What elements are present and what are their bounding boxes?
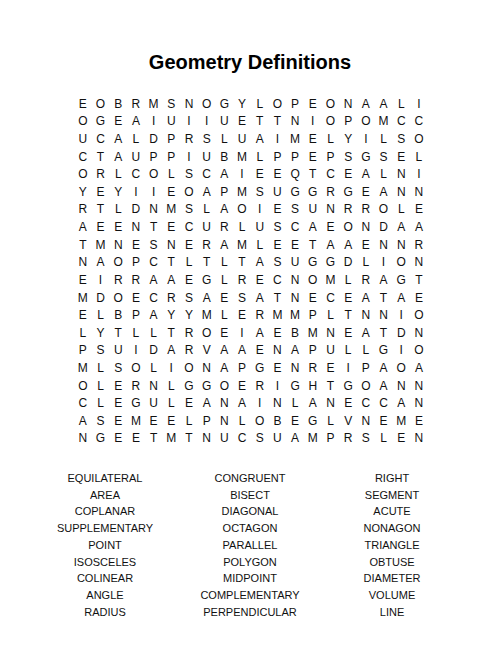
- grid-cell-r6-c2[interactable]: E: [92, 183, 110, 201]
- grid-cell-r5-c13[interactable]: Q: [286, 165, 304, 183]
- grid-cell-r7-c17[interactable]: R: [357, 201, 375, 219]
- grid-cell-r16-c6[interactable]: I: [162, 359, 180, 377]
- grid-cell-r13-c12[interactable]: M: [269, 306, 287, 324]
- grid-cell-r14-c14[interactable]: M: [304, 324, 322, 342]
- grid-cell-r15-c10[interactable]: A: [233, 342, 251, 360]
- grid-cell-r1-c15[interactable]: O: [322, 95, 340, 113]
- grid-cell-r10-c4[interactable]: P: [127, 253, 145, 271]
- grid-cell-r13-c4[interactable]: P: [127, 306, 145, 324]
- grid-cell-r12-c3[interactable]: O: [109, 289, 127, 307]
- grid-cell-r19-c17[interactable]: N: [357, 412, 375, 430]
- grid-cell-r4-c11[interactable]: L: [251, 148, 269, 166]
- grid-cell-r18-c14[interactable]: A: [304, 394, 322, 412]
- grid-cell-r20-c2[interactable]: G: [92, 430, 110, 448]
- grid-cell-r2-c7[interactable]: I: [180, 113, 198, 131]
- grid-cell-r5-c9[interactable]: A: [216, 165, 234, 183]
- grid-cell-r15-c18[interactable]: G: [375, 342, 393, 360]
- grid-cell-r13-c16[interactable]: T: [339, 306, 357, 324]
- grid-cell-r10-c3[interactable]: O: [109, 253, 127, 271]
- grid-cell-r10-c18[interactable]: I: [375, 253, 393, 271]
- grid-cell-r1-c2[interactable]: O: [92, 95, 110, 113]
- grid-cell-r18-c8[interactable]: A: [198, 394, 216, 412]
- grid-cell-r3-c19[interactable]: S: [392, 130, 410, 148]
- grid-cell-r16-c5[interactable]: L: [145, 359, 163, 377]
- grid-cell-r12-c1[interactable]: M: [74, 289, 92, 307]
- grid-cell-r17-c8[interactable]: G: [198, 377, 216, 395]
- grid-cell-r17-c3[interactable]: E: [109, 377, 127, 395]
- grid-cell-r7-c16[interactable]: R: [339, 201, 357, 219]
- grid-cell-r2-c20[interactable]: C: [410, 113, 428, 131]
- grid-cell-r15-c19[interactable]: I: [392, 342, 410, 360]
- grid-cell-r13-c8[interactable]: M: [198, 306, 216, 324]
- grid-cell-r8-c18[interactable]: D: [375, 218, 393, 236]
- grid-cell-r16-c17[interactable]: P: [357, 359, 375, 377]
- grid-cell-r2-c14[interactable]: I: [304, 113, 322, 131]
- grid-cell-r20-c13[interactable]: A: [286, 430, 304, 448]
- grid-cell-r8-c9[interactable]: R: [216, 218, 234, 236]
- grid-cell-r13-c10[interactable]: E: [233, 306, 251, 324]
- grid-cell-r9-c3[interactable]: N: [109, 236, 127, 254]
- grid-cell-r18-c19[interactable]: A: [392, 394, 410, 412]
- grid-cell-r20-c17[interactable]: S: [357, 430, 375, 448]
- grid-cell-r6-c15[interactable]: R: [322, 183, 340, 201]
- grid-cell-r20-c4[interactable]: E: [127, 430, 145, 448]
- grid-cell-r19-c18[interactable]: E: [375, 412, 393, 430]
- grid-cell-r9-c12[interactable]: E: [269, 236, 287, 254]
- grid-cell-r13-c13[interactable]: M: [286, 306, 304, 324]
- grid-cell-r9-c6[interactable]: N: [162, 236, 180, 254]
- grid-cell-r15-c14[interactable]: P: [304, 342, 322, 360]
- grid-cell-r8-c2[interactable]: E: [92, 218, 110, 236]
- grid-cell-r18-c18[interactable]: C: [375, 394, 393, 412]
- grid-cell-r16-c11[interactable]: G: [251, 359, 269, 377]
- grid-cell-r19-c3[interactable]: E: [109, 412, 127, 430]
- grid-cell-r11-c10[interactable]: R: [233, 271, 251, 289]
- grid-cell-r3-c5[interactable]: D: [145, 130, 163, 148]
- grid-cell-r4-c17[interactable]: G: [357, 148, 375, 166]
- grid-cell-r14-c1[interactable]: L: [74, 324, 92, 342]
- grid-cell-r6-c3[interactable]: Y: [109, 183, 127, 201]
- grid-cell-r2-c15[interactable]: O: [322, 113, 340, 131]
- grid-cell-r4-c20[interactable]: L: [410, 148, 428, 166]
- grid-cell-r2-c2[interactable]: G: [92, 113, 110, 131]
- grid-cell-r1-c17[interactable]: A: [357, 95, 375, 113]
- grid-cell-r12-c18[interactable]: T: [375, 289, 393, 307]
- grid-cell-r14-c4[interactable]: L: [127, 324, 145, 342]
- grid-cell-r16-c18[interactable]: A: [375, 359, 393, 377]
- grid-cell-r2-c6[interactable]: U: [162, 113, 180, 131]
- grid-cell-r19-c9[interactable]: N: [216, 412, 234, 430]
- grid-cell-r3-c18[interactable]: L: [375, 130, 393, 148]
- grid-cell-r12-c15[interactable]: C: [322, 289, 340, 307]
- grid-cell-r14-c16[interactable]: E: [339, 324, 357, 342]
- grid-cell-r3-c1[interactable]: U: [74, 130, 92, 148]
- grid-cell-r12-c19[interactable]: A: [392, 289, 410, 307]
- grid-cell-r5-c15[interactable]: C: [322, 165, 340, 183]
- grid-cell-r19-c1[interactable]: A: [74, 412, 92, 430]
- grid-cell-r10-c10[interactable]: T: [233, 253, 251, 271]
- grid-cell-r11-c4[interactable]: R: [127, 271, 145, 289]
- grid-cell-r8-c1[interactable]: A: [74, 218, 92, 236]
- grid-cell-r5-c12[interactable]: E: [269, 165, 287, 183]
- grid-cell-r2-c13[interactable]: N: [286, 113, 304, 131]
- grid-cell-r3-c2[interactable]: C: [92, 130, 110, 148]
- grid-cell-r16-c16[interactable]: I: [339, 359, 357, 377]
- grid-cell-r11-c18[interactable]: A: [375, 271, 393, 289]
- grid-cell-r5-c5[interactable]: O: [145, 165, 163, 183]
- grid-cell-r15-c3[interactable]: U: [109, 342, 127, 360]
- grid-cell-r4-c3[interactable]: A: [109, 148, 127, 166]
- grid-cell-r18-c15[interactable]: N: [322, 394, 340, 412]
- grid-cell-r20-c7[interactable]: T: [180, 430, 198, 448]
- grid-cell-r6-c10[interactable]: M: [233, 183, 251, 201]
- grid-cell-r11-c12[interactable]: C: [269, 271, 287, 289]
- grid-cell-r13-c9[interactable]: L: [216, 306, 234, 324]
- grid-cell-r19-c15[interactable]: L: [322, 412, 340, 430]
- grid-cell-r2-c11[interactable]: T: [251, 113, 269, 131]
- grid-cell-r4-c16[interactable]: S: [339, 148, 357, 166]
- grid-cell-r15-c13[interactable]: A: [286, 342, 304, 360]
- grid-cell-r11-c1[interactable]: E: [74, 271, 92, 289]
- grid-cell-r10-c9[interactable]: L: [216, 253, 234, 271]
- grid-cell-r16-c10[interactable]: P: [233, 359, 251, 377]
- grid-cell-r17-c4[interactable]: R: [127, 377, 145, 395]
- grid-cell-r1-c6[interactable]: S: [162, 95, 180, 113]
- grid-cell-r10-c16[interactable]: D: [339, 253, 357, 271]
- grid-cell-r1-c7[interactable]: N: [180, 95, 198, 113]
- grid-cell-r17-c12[interactable]: I: [269, 377, 287, 395]
- grid-cell-r20-c14[interactable]: M: [304, 430, 322, 448]
- grid-cell-r10-c8[interactable]: T: [198, 253, 216, 271]
- grid-cell-r15-c20[interactable]: O: [410, 342, 428, 360]
- grid-cell-r16-c7[interactable]: O: [180, 359, 198, 377]
- grid-cell-r3-c16[interactable]: Y: [339, 130, 357, 148]
- grid-cell-r9-c18[interactable]: N: [375, 236, 393, 254]
- grid-cell-r8-c6[interactable]: E: [162, 218, 180, 236]
- grid-cell-r9-c13[interactable]: E: [286, 236, 304, 254]
- grid-cell-r12-c6[interactable]: R: [162, 289, 180, 307]
- grid-cell-r19-c19[interactable]: M: [392, 412, 410, 430]
- grid-cell-r18-c3[interactable]: E: [109, 394, 127, 412]
- grid-cell-r19-c14[interactable]: G: [304, 412, 322, 430]
- grid-cell-r13-c17[interactable]: N: [357, 306, 375, 324]
- grid-cell-r20-c11[interactable]: S: [251, 430, 269, 448]
- grid-cell-r20-c8[interactable]: N: [198, 430, 216, 448]
- grid-cell-r11-c16[interactable]: L: [339, 271, 357, 289]
- grid-cell-r3-c12[interactable]: I: [269, 130, 287, 148]
- grid-cell-r5-c1[interactable]: O: [74, 165, 92, 183]
- grid-cell-r19-c16[interactable]: V: [339, 412, 357, 430]
- grid-cell-r18-c10[interactable]: A: [233, 394, 251, 412]
- grid-cell-r5-c16[interactable]: E: [339, 165, 357, 183]
- grid-cell-r8-c3[interactable]: E: [109, 218, 127, 236]
- grid-cell-r18-c7[interactable]: E: [180, 394, 198, 412]
- grid-cell-r2-c10[interactable]: E: [233, 113, 251, 131]
- grid-cell-r6-c19[interactable]: N: [392, 183, 410, 201]
- grid-cell-r1-c11[interactable]: L: [251, 95, 269, 113]
- grid-cell-r2-c18[interactable]: M: [375, 113, 393, 131]
- grid-cell-r19-c13[interactable]: E: [286, 412, 304, 430]
- grid-cell-r20-c12[interactable]: U: [269, 430, 287, 448]
- grid-cell-r20-c10[interactable]: C: [233, 430, 251, 448]
- grid-cell-r14-c3[interactable]: T: [109, 324, 127, 342]
- grid-cell-r9-c10[interactable]: M: [233, 236, 251, 254]
- grid-cell-r2-c1[interactable]: O: [74, 113, 92, 131]
- grid-cell-r7-c9[interactable]: A: [216, 201, 234, 219]
- grid-cell-r9-c15[interactable]: A: [322, 236, 340, 254]
- grid-cell-r13-c3[interactable]: B: [109, 306, 127, 324]
- grid-cell-r20-c3[interactable]: E: [109, 430, 127, 448]
- grid-cell-r2-c5[interactable]: I: [145, 113, 163, 131]
- grid-cell-r7-c20[interactable]: E: [410, 201, 428, 219]
- grid-cell-r16-c14[interactable]: R: [304, 359, 322, 377]
- grid-cell-r9-c7[interactable]: E: [180, 236, 198, 254]
- grid-cell-r11-c9[interactable]: L: [216, 271, 234, 289]
- grid-cell-r7-c12[interactable]: E: [269, 201, 287, 219]
- grid-cell-r20-c16[interactable]: R: [339, 430, 357, 448]
- grid-cell-r13-c18[interactable]: N: [375, 306, 393, 324]
- grid-cell-r15-c17[interactable]: L: [357, 342, 375, 360]
- grid-cell-r1-c14[interactable]: E: [304, 95, 322, 113]
- grid-cell-r8-c11[interactable]: U: [251, 218, 269, 236]
- grid-cell-r9-c20[interactable]: R: [410, 236, 428, 254]
- grid-cell-r3-c3[interactable]: A: [109, 130, 127, 148]
- grid-cell-r1-c3[interactable]: B: [109, 95, 127, 113]
- grid-cell-r12-c17[interactable]: A: [357, 289, 375, 307]
- grid-cell-r11-c17[interactable]: R: [357, 271, 375, 289]
- grid-cell-r3-c11[interactable]: A: [251, 130, 269, 148]
- grid-cell-r18-c11[interactable]: I: [251, 394, 269, 412]
- grid-cell-r9-c4[interactable]: E: [127, 236, 145, 254]
- grid-cell-r11-c6[interactable]: A: [162, 271, 180, 289]
- grid-cell-r10-c20[interactable]: N: [410, 253, 428, 271]
- grid-cell-r5-c19[interactable]: N: [392, 165, 410, 183]
- grid-cell-r7-c18[interactable]: O: [375, 201, 393, 219]
- grid-cell-r10-c1[interactable]: N: [74, 253, 92, 271]
- grid-cell-r6-c5[interactable]: I: [145, 183, 163, 201]
- grid-cell-r6-c4[interactable]: I: [127, 183, 145, 201]
- grid-cell-r18-c17[interactable]: C: [357, 394, 375, 412]
- grid-cell-r13-c11[interactable]: R: [251, 306, 269, 324]
- grid-cell-r9-c19[interactable]: N: [392, 236, 410, 254]
- grid-cell-r14-c13[interactable]: B: [286, 324, 304, 342]
- grid-cell-r7-c5[interactable]: N: [145, 201, 163, 219]
- grid-cell-r11-c3[interactable]: R: [109, 271, 127, 289]
- grid-cell-r7-c14[interactable]: U: [304, 201, 322, 219]
- grid-cell-r10-c14[interactable]: G: [304, 253, 322, 271]
- grid-cell-r3-c17[interactable]: I: [357, 130, 375, 148]
- grid-cell-r2-c12[interactable]: T: [269, 113, 287, 131]
- grid-cell-r15-c7[interactable]: R: [180, 342, 198, 360]
- grid-cell-r1-c20[interactable]: I: [410, 95, 428, 113]
- grid-cell-r17-c18[interactable]: A: [375, 377, 393, 395]
- grid-cell-r3-c10[interactable]: U: [233, 130, 251, 148]
- grid-cell-r17-c20[interactable]: N: [410, 377, 428, 395]
- grid-cell-r17-c17[interactable]: O: [357, 377, 375, 395]
- grid-cell-r18-c2[interactable]: L: [92, 394, 110, 412]
- grid-cell-r8-c19[interactable]: A: [392, 218, 410, 236]
- grid-cell-r9-c16[interactable]: A: [339, 236, 357, 254]
- grid-cell-r12-c12[interactable]: T: [269, 289, 287, 307]
- grid-cell-r14-c6[interactable]: T: [162, 324, 180, 342]
- grid-cell-r3-c15[interactable]: L: [322, 130, 340, 148]
- grid-cell-r17-c11[interactable]: R: [251, 377, 269, 395]
- grid-cell-r16-c9[interactable]: A: [216, 359, 234, 377]
- grid-cell-r7-c4[interactable]: D: [127, 201, 145, 219]
- grid-cell-r5-c2[interactable]: R: [92, 165, 110, 183]
- grid-cell-r17-c10[interactable]: E: [233, 377, 251, 395]
- grid-cell-r12-c11[interactable]: A: [251, 289, 269, 307]
- grid-cell-r14-c12[interactable]: E: [269, 324, 287, 342]
- grid-cell-r10-c19[interactable]: O: [392, 253, 410, 271]
- grid-cell-r4-c1[interactable]: C: [74, 148, 92, 166]
- grid-cell-r1-c13[interactable]: P: [286, 95, 304, 113]
- grid-cell-r18-c20[interactable]: N: [410, 394, 428, 412]
- grid-cell-r1-c18[interactable]: A: [375, 95, 393, 113]
- grid-cell-r17-c13[interactable]: G: [286, 377, 304, 395]
- grid-cell-r2-c9[interactable]: U: [216, 113, 234, 131]
- grid-cell-r12-c7[interactable]: S: [180, 289, 198, 307]
- grid-cell-r15-c16[interactable]: L: [339, 342, 357, 360]
- grid-cell-r5-c3[interactable]: L: [109, 165, 127, 183]
- grid-cell-r12-c4[interactable]: E: [127, 289, 145, 307]
- grid-cell-r17-c14[interactable]: H: [304, 377, 322, 395]
- grid-cell-r13-c2[interactable]: L: [92, 306, 110, 324]
- grid-cell-r6-c6[interactable]: E: [162, 183, 180, 201]
- grid-cell-r20-c5[interactable]: T: [145, 430, 163, 448]
- grid-cell-r15-c6[interactable]: A: [162, 342, 180, 360]
- grid-cell-r19-c2[interactable]: S: [92, 412, 110, 430]
- grid-cell-r15-c15[interactable]: U: [322, 342, 340, 360]
- grid-cell-r4-c4[interactable]: U: [127, 148, 145, 166]
- grid-cell-r18-c6[interactable]: L: [162, 394, 180, 412]
- grid-cell-r14-c5[interactable]: L: [145, 324, 163, 342]
- grid-cell-r7-c8[interactable]: L: [198, 201, 216, 219]
- grid-cell-r14-c19[interactable]: D: [392, 324, 410, 342]
- grid-cell-r9-c14[interactable]: T: [304, 236, 322, 254]
- grid-cell-r11-c5[interactable]: A: [145, 271, 163, 289]
- grid-cell-r17-c9[interactable]: O: [216, 377, 234, 395]
- grid-cell-r8-c15[interactable]: E: [322, 218, 340, 236]
- grid-cell-r1-c8[interactable]: O: [198, 95, 216, 113]
- grid-cell-r2-c19[interactable]: C: [392, 113, 410, 131]
- grid-cell-r17-c1[interactable]: O: [74, 377, 92, 395]
- grid-cell-r9-c17[interactable]: E: [357, 236, 375, 254]
- grid-cell-r12-c5[interactable]: C: [145, 289, 163, 307]
- grid-cell-r11-c8[interactable]: G: [198, 271, 216, 289]
- grid-cell-r14-c10[interactable]: I: [233, 324, 251, 342]
- grid-cell-r12-c20[interactable]: E: [410, 289, 428, 307]
- grid-cell-r19-c11[interactable]: O: [251, 412, 269, 430]
- grid-cell-r11-c15[interactable]: M: [322, 271, 340, 289]
- grid-cell-r4-c13[interactable]: P: [286, 148, 304, 166]
- grid-cell-r18-c1[interactable]: C: [74, 394, 92, 412]
- grid-cell-r14-c17[interactable]: A: [357, 324, 375, 342]
- grid-cell-r9-c5[interactable]: S: [145, 236, 163, 254]
- grid-cell-r1-c9[interactable]: G: [216, 95, 234, 113]
- grid-cell-r17-c6[interactable]: L: [162, 377, 180, 395]
- grid-cell-r14-c20[interactable]: N: [410, 324, 428, 342]
- grid-cell-r8-c17[interactable]: N: [357, 218, 375, 236]
- grid-cell-r10-c17[interactable]: L: [357, 253, 375, 271]
- grid-cell-r17-c2[interactable]: L: [92, 377, 110, 395]
- grid-cell-r4-c2[interactable]: T: [92, 148, 110, 166]
- grid-cell-r20-c6[interactable]: M: [162, 430, 180, 448]
- grid-cell-r20-c18[interactable]: L: [375, 430, 393, 448]
- grid-cell-r4-c9[interactable]: B: [216, 148, 234, 166]
- grid-cell-r7-c13[interactable]: S: [286, 201, 304, 219]
- grid-cell-r16-c12[interactable]: E: [269, 359, 287, 377]
- grid-cell-r18-c12[interactable]: N: [269, 394, 287, 412]
- grid-cell-r18-c5[interactable]: U: [145, 394, 163, 412]
- grid-cell-r13-c6[interactable]: Y: [162, 306, 180, 324]
- grid-cell-r14-c11[interactable]: A: [251, 324, 269, 342]
- grid-cell-r1-c19[interactable]: L: [392, 95, 410, 113]
- grid-cell-r11-c2[interactable]: I: [92, 271, 110, 289]
- grid-cell-r19-c8[interactable]: P: [198, 412, 216, 430]
- grid-cell-r2-c3[interactable]: E: [109, 113, 127, 131]
- grid-cell-r7-c7[interactable]: S: [180, 201, 198, 219]
- grid-cell-r11-c14[interactable]: O: [304, 271, 322, 289]
- grid-cell-r19-c10[interactable]: L: [233, 412, 251, 430]
- grid-cell-r8-c20[interactable]: A: [410, 218, 428, 236]
- grid-cell-r10-c13[interactable]: U: [286, 253, 304, 271]
- grid-cell-r16-c19[interactable]: O: [392, 359, 410, 377]
- grid-cell-r17-c16[interactable]: G: [339, 377, 357, 395]
- grid-cell-r12-c8[interactable]: A: [198, 289, 216, 307]
- grid-cell-r6-c8[interactable]: A: [198, 183, 216, 201]
- grid-cell-r16-c4[interactable]: O: [127, 359, 145, 377]
- grid-cell-r4-c6[interactable]: P: [162, 148, 180, 166]
- grid-cell-r15-c2[interactable]: S: [92, 342, 110, 360]
- grid-cell-r11-c20[interactable]: T: [410, 271, 428, 289]
- grid-cell-r7-c11[interactable]: I: [251, 201, 269, 219]
- grid-cell-r8-c10[interactable]: L: [233, 218, 251, 236]
- grid-cell-r5-c4[interactable]: C: [127, 165, 145, 183]
- grid-cell-r20-c15[interactable]: P: [322, 430, 340, 448]
- grid-cell-r17-c5[interactable]: N: [145, 377, 163, 395]
- grid-cell-r15-c4[interactable]: I: [127, 342, 145, 360]
- grid-cell-r19-c20[interactable]: E: [410, 412, 428, 430]
- grid-cell-r2-c4[interactable]: A: [127, 113, 145, 131]
- grid-cell-r6-c20[interactable]: N: [410, 183, 428, 201]
- grid-cell-r14-c18[interactable]: T: [375, 324, 393, 342]
- grid-cell-r18-c9[interactable]: N: [216, 394, 234, 412]
- grid-cell-r12-c16[interactable]: E: [339, 289, 357, 307]
- grid-cell-r1-c10[interactable]: Y: [233, 95, 251, 113]
- grid-cell-r14-c7[interactable]: R: [180, 324, 198, 342]
- grid-cell-r9-c9[interactable]: A: [216, 236, 234, 254]
- grid-cell-r18-c4[interactable]: G: [127, 394, 145, 412]
- grid-cell-r16-c1[interactable]: M: [74, 359, 92, 377]
- grid-cell-r2-c17[interactable]: O: [357, 113, 375, 131]
- grid-cell-r13-c1[interactable]: E: [74, 306, 92, 324]
- grid-cell-r1-c1[interactable]: E: [74, 95, 92, 113]
- grid-cell-r11-c11[interactable]: E: [251, 271, 269, 289]
- grid-cell-r11-c7[interactable]: E: [180, 271, 198, 289]
- grid-cell-r7-c1[interactable]: R: [74, 201, 92, 219]
- grid-cell-r10-c2[interactable]: A: [92, 253, 110, 271]
- grid-cell-r15-c9[interactable]: A: [216, 342, 234, 360]
- grid-cell-r10-c15[interactable]: G: [322, 253, 340, 271]
- grid-cell-r9-c8[interactable]: R: [198, 236, 216, 254]
- grid-cell-r5-c18[interactable]: L: [375, 165, 393, 183]
- grid-cell-r15-c1[interactable]: P: [74, 342, 92, 360]
- grid-cell-r13-c15[interactable]: L: [322, 306, 340, 324]
- grid-cell-r8-c16[interactable]: O: [339, 218, 357, 236]
- grid-cell-r6-c11[interactable]: S: [251, 183, 269, 201]
- grid-cell-r6-c13[interactable]: G: [286, 183, 304, 201]
